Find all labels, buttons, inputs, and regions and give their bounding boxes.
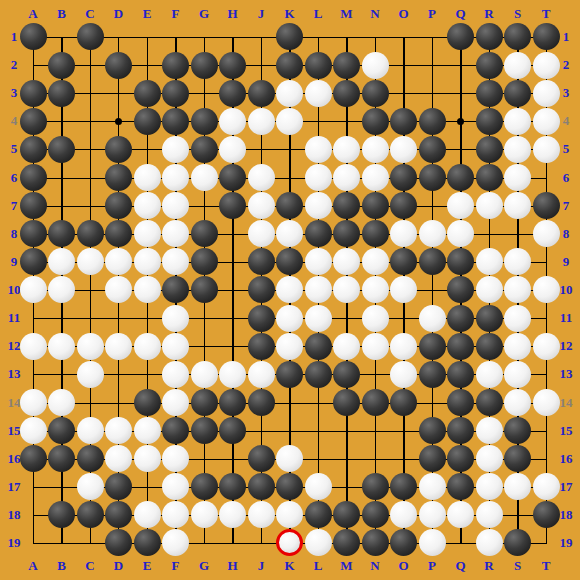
board-cell-N5[interactable]: [361, 135, 390, 163]
board-cell-C1[interactable]: [76, 23, 105, 51]
board-cell-N17[interactable]: [361, 473, 390, 501]
board-cell-B10[interactable]: [47, 276, 76, 304]
board-cell-N3[interactable]: [361, 79, 390, 107]
board-cell-R6[interactable]: [475, 163, 504, 191]
board-cell-L9[interactable]: [304, 248, 333, 276]
board-cell-N8[interactable]: [361, 220, 390, 248]
board-cell-J7[interactable]: [247, 192, 276, 220]
board-cell-O5[interactable]: [389, 135, 418, 163]
board-cell-N7[interactable]: [361, 192, 390, 220]
board-cell-A1[interactable]: [19, 23, 48, 51]
board-cell-D13[interactable]: [104, 360, 133, 388]
board-cell-O16[interactable]: [389, 445, 418, 473]
board-cell-M17[interactable]: [332, 473, 361, 501]
board-cell-O19[interactable]: [389, 529, 418, 557]
board-cell-T9[interactable]: [532, 248, 561, 276]
board-cell-L8[interactable]: [304, 220, 333, 248]
board-cell-A13[interactable]: [19, 360, 48, 388]
board-cell-M5[interactable]: [332, 135, 361, 163]
board-cell-H19[interactable]: [218, 529, 247, 557]
board-cell-G6[interactable]: [190, 163, 219, 191]
board-cell-B7[interactable]: [47, 192, 76, 220]
board-cell-C7[interactable]: [76, 192, 105, 220]
board-cell-N2[interactable]: [361, 51, 390, 79]
board-cell-T15[interactable]: [532, 416, 561, 444]
board-cell-G1[interactable]: [190, 23, 219, 51]
board-cell-T4[interactable]: [532, 107, 561, 135]
board-cell-E7[interactable]: [133, 192, 162, 220]
board-cell-T7[interactable]: [532, 192, 561, 220]
board-cell-T2[interactable]: [532, 51, 561, 79]
board-cell-B16[interactable]: [47, 445, 76, 473]
board-cell-E14[interactable]: [133, 388, 162, 416]
board-cell-F2[interactable]: [161, 51, 190, 79]
board-cell-R17[interactable]: [475, 473, 504, 501]
board-cell-G18[interactable]: [190, 501, 219, 529]
board-cell-D1[interactable]: [104, 23, 133, 51]
board-cell-S2[interactable]: [503, 51, 532, 79]
board-cell-H9[interactable]: [218, 248, 247, 276]
board-cell-S4[interactable]: [503, 107, 532, 135]
board-cell-D18[interactable]: [104, 501, 133, 529]
board-cell-M3[interactable]: [332, 79, 361, 107]
board-cell-T12[interactable]: [532, 332, 561, 360]
board-cell-Q15[interactable]: [446, 416, 475, 444]
board-cell-O11[interactable]: [389, 304, 418, 332]
board-cell-H13[interactable]: [218, 360, 247, 388]
board-cell-F4[interactable]: [161, 107, 190, 135]
board-cell-B1[interactable]: [47, 23, 76, 51]
board-cell-M10[interactable]: [332, 276, 361, 304]
board-cell-R1[interactable]: [475, 23, 504, 51]
board-cell-F18[interactable]: [161, 501, 190, 529]
board-cell-C3[interactable]: [76, 79, 105, 107]
board-cell-A2[interactable]: [19, 51, 48, 79]
board-cell-L4[interactable]: [304, 107, 333, 135]
board-cell-M6[interactable]: [332, 163, 361, 191]
board-cell-S15[interactable]: [503, 416, 532, 444]
board-cell-M18[interactable]: [332, 501, 361, 529]
board-cell-Q16[interactable]: [446, 445, 475, 473]
board-cell-B3[interactable]: [47, 79, 76, 107]
board-cell-K13[interactable]: [275, 360, 304, 388]
board-cell-G15[interactable]: [190, 416, 219, 444]
board-cell-J14[interactable]: [247, 388, 276, 416]
board-cell-P13[interactable]: [418, 360, 447, 388]
board-cell-Q9[interactable]: [446, 248, 475, 276]
board-cell-N9[interactable]: [361, 248, 390, 276]
board-cell-F15[interactable]: [161, 416, 190, 444]
board-cell-J17[interactable]: [247, 473, 276, 501]
board-cell-A16[interactable]: [19, 445, 48, 473]
board-cell-E9[interactable]: [133, 248, 162, 276]
board-cell-F19[interactable]: [161, 529, 190, 557]
board-cell-J3[interactable]: [247, 79, 276, 107]
board-cell-O10[interactable]: [389, 276, 418, 304]
board-cell-T19[interactable]: [532, 529, 561, 557]
board-cell-G12[interactable]: [190, 332, 219, 360]
board-cell-J13[interactable]: [247, 360, 276, 388]
board-cell-F17[interactable]: [161, 473, 190, 501]
board-cell-N14[interactable]: [361, 388, 390, 416]
board-cell-C18[interactable]: [76, 501, 105, 529]
board-cell-A12[interactable]: [19, 332, 48, 360]
board-cell-L11[interactable]: [304, 304, 333, 332]
board-cell-T3[interactable]: [532, 79, 561, 107]
board-cell-O18[interactable]: [389, 501, 418, 529]
board-cell-Q13[interactable]: [446, 360, 475, 388]
board-cell-P17[interactable]: [418, 473, 447, 501]
board-cell-J6[interactable]: [247, 163, 276, 191]
board-cell-N18[interactable]: [361, 501, 390, 529]
board-cell-E17[interactable]: [133, 473, 162, 501]
board-cell-S9[interactable]: [503, 248, 532, 276]
board-cell-M9[interactable]: [332, 248, 361, 276]
board-cell-P7[interactable]: [418, 192, 447, 220]
board-cell-R19[interactable]: [475, 529, 504, 557]
board-cell-G8[interactable]: [190, 220, 219, 248]
board-cell-F5[interactable]: [161, 135, 190, 163]
board-cell-T1[interactable]: [532, 23, 561, 51]
board-cell-D15[interactable]: [104, 416, 133, 444]
board-cell-H17[interactable]: [218, 473, 247, 501]
board-cell-R16[interactable]: [475, 445, 504, 473]
board-cell-T5[interactable]: [532, 135, 561, 163]
board-cell-Q2[interactable]: [446, 51, 475, 79]
board-cell-E16[interactable]: [133, 445, 162, 473]
board-cell-D11[interactable]: [104, 304, 133, 332]
board-cell-C10[interactable]: [76, 276, 105, 304]
board-cell-G4[interactable]: [190, 107, 219, 135]
board-cell-E12[interactable]: [133, 332, 162, 360]
board-cell-F1[interactable]: [161, 23, 190, 51]
board-cell-T10[interactable]: [532, 276, 561, 304]
board-cell-O3[interactable]: [389, 79, 418, 107]
board-cell-N10[interactable]: [361, 276, 390, 304]
board-cell-M15[interactable]: [332, 416, 361, 444]
board-cell-K12[interactable]: [275, 332, 304, 360]
board-cell-A6[interactable]: [19, 163, 48, 191]
board-cell-M13[interactable]: [332, 360, 361, 388]
board-cell-A17[interactable]: [19, 473, 48, 501]
board-cell-A5[interactable]: [19, 135, 48, 163]
board-cell-E6[interactable]: [133, 163, 162, 191]
board-cell-P4[interactable]: [418, 107, 447, 135]
board-cell-M4[interactable]: [332, 107, 361, 135]
board-cell-J9[interactable]: [247, 248, 276, 276]
board-cell-J5[interactable]: [247, 135, 276, 163]
board-cell-L13[interactable]: [304, 360, 333, 388]
board-cell-A8[interactable]: [19, 220, 48, 248]
board-cell-C2[interactable]: [76, 51, 105, 79]
board-cell-T18[interactable]: [532, 501, 561, 529]
board-cell-D3[interactable]: [104, 79, 133, 107]
board-cell-H3[interactable]: [218, 79, 247, 107]
board-cell-S7[interactable]: [503, 192, 532, 220]
board-cell-C14[interactable]: [76, 388, 105, 416]
board-cell-M11[interactable]: [332, 304, 361, 332]
board-cell-N13[interactable]: [361, 360, 390, 388]
board-cell-G10[interactable]: [190, 276, 219, 304]
board-cell-T16[interactable]: [532, 445, 561, 473]
board-cell-C4[interactable]: [76, 107, 105, 135]
board-cell-K6[interactable]: [275, 163, 304, 191]
board-cell-J19[interactable]: [247, 529, 276, 557]
board-cell-T14[interactable]: [532, 388, 561, 416]
board-cell-P3[interactable]: [418, 79, 447, 107]
board-cell-Q5[interactable]: [446, 135, 475, 163]
board-cell-R11[interactable]: [475, 304, 504, 332]
board-cell-H11[interactable]: [218, 304, 247, 332]
board-cell-T6[interactable]: [532, 163, 561, 191]
board-cell-M2[interactable]: [332, 51, 361, 79]
board-cell-L2[interactable]: [304, 51, 333, 79]
board-cell-C5[interactable]: [76, 135, 105, 163]
board-cell-B14[interactable]: [47, 388, 76, 416]
board-cell-R3[interactable]: [475, 79, 504, 107]
board-cell-D6[interactable]: [104, 163, 133, 191]
board-cell-M7[interactable]: [332, 192, 361, 220]
board-cell-J15[interactable]: [247, 416, 276, 444]
board-cell-B5[interactable]: [47, 135, 76, 163]
board-cell-S8[interactable]: [503, 220, 532, 248]
board-cell-N16[interactable]: [361, 445, 390, 473]
board-cell-J18[interactable]: [247, 501, 276, 529]
board-cell-O6[interactable]: [389, 163, 418, 191]
board-cell-P6[interactable]: [418, 163, 447, 191]
board-cell-B2[interactable]: [47, 51, 76, 79]
board-cell-L7[interactable]: [304, 192, 333, 220]
board-cell-T17[interactable]: [532, 473, 561, 501]
board-cell-P9[interactable]: [418, 248, 447, 276]
board-cell-P18[interactable]: [418, 501, 447, 529]
board-cell-K10[interactable]: [275, 276, 304, 304]
board-cell-F7[interactable]: [161, 192, 190, 220]
board-cell-N6[interactable]: [361, 163, 390, 191]
board-cell-K17[interactable]: [275, 473, 304, 501]
board-cell-A11[interactable]: [19, 304, 48, 332]
board-cell-R5[interactable]: [475, 135, 504, 163]
board-cell-G5[interactable]: [190, 135, 219, 163]
board-cell-J12[interactable]: [247, 332, 276, 360]
board-cell-O13[interactable]: [389, 360, 418, 388]
board-cell-P2[interactable]: [418, 51, 447, 79]
board-cell-D12[interactable]: [104, 332, 133, 360]
board-cell-G7[interactable]: [190, 192, 219, 220]
board-cell-P12[interactable]: [418, 332, 447, 360]
board-cell-G17[interactable]: [190, 473, 219, 501]
board-cell-D9[interactable]: [104, 248, 133, 276]
board-cell-E18[interactable]: [133, 501, 162, 529]
board-cell-L17[interactable]: [304, 473, 333, 501]
board-cell-A15[interactable]: [19, 416, 48, 444]
board-cell-P10[interactable]: [418, 276, 447, 304]
board-cell-O2[interactable]: [389, 51, 418, 79]
board-cell-N19[interactable]: [361, 529, 390, 557]
board-cell-F10[interactable]: [161, 276, 190, 304]
board-cell-N11[interactable]: [361, 304, 390, 332]
board-cell-A4[interactable]: [19, 107, 48, 135]
board-cell-D19[interactable]: [104, 529, 133, 557]
board-cell-L16[interactable]: [304, 445, 333, 473]
board-cell-D5[interactable]: [104, 135, 133, 163]
board-cell-A10[interactable]: [19, 276, 48, 304]
board-cell-C19[interactable]: [76, 529, 105, 557]
board-cell-S10[interactable]: [503, 276, 532, 304]
board-cell-S16[interactable]: [503, 445, 532, 473]
board-cell-O7[interactable]: [389, 192, 418, 220]
board-cell-H2[interactable]: [218, 51, 247, 79]
board-cell-K11[interactable]: [275, 304, 304, 332]
board-cell-H16[interactable]: [218, 445, 247, 473]
board-cell-H6[interactable]: [218, 163, 247, 191]
board-cell-F14[interactable]: [161, 388, 190, 416]
board-cell-D7[interactable]: [104, 192, 133, 220]
board-cell-S17[interactable]: [503, 473, 532, 501]
board-cell-O9[interactable]: [389, 248, 418, 276]
board-cell-B9[interactable]: [47, 248, 76, 276]
board-cell-Q1[interactable]: [446, 23, 475, 51]
board-cell-B19[interactable]: [47, 529, 76, 557]
board-cell-A3[interactable]: [19, 79, 48, 107]
board-cell-L3[interactable]: [304, 79, 333, 107]
board-cell-A18[interactable]: [19, 501, 48, 529]
board-cell-Q3[interactable]: [446, 79, 475, 107]
board-cell-F11[interactable]: [161, 304, 190, 332]
board-cell-B11[interactable]: [47, 304, 76, 332]
board-cell-R9[interactable]: [475, 248, 504, 276]
board-cell-M14[interactable]: [332, 388, 361, 416]
board-cell-K4[interactable]: [275, 107, 304, 135]
board-cell-H7[interactable]: [218, 192, 247, 220]
board-cell-E2[interactable]: [133, 51, 162, 79]
board-cell-J10[interactable]: [247, 276, 276, 304]
board-cell-S13[interactable]: [503, 360, 532, 388]
board-cell-D8[interactable]: [104, 220, 133, 248]
board-cell-L15[interactable]: [304, 416, 333, 444]
board-cell-O14[interactable]: [389, 388, 418, 416]
board-cell-C11[interactable]: [76, 304, 105, 332]
board-cell-P5[interactable]: [418, 135, 447, 163]
board-cell-K3[interactable]: [275, 79, 304, 107]
board-cell-G13[interactable]: [190, 360, 219, 388]
board-cell-L10[interactable]: [304, 276, 333, 304]
board-cell-R13[interactable]: [475, 360, 504, 388]
board-cell-S11[interactable]: [503, 304, 532, 332]
board-cell-F3[interactable]: [161, 79, 190, 107]
board-cell-K19[interactable]: [275, 529, 304, 557]
board-cell-E8[interactable]: [133, 220, 162, 248]
board-cell-A7[interactable]: [19, 192, 48, 220]
board-cell-B8[interactable]: [47, 220, 76, 248]
board-cell-C15[interactable]: [76, 416, 105, 444]
board-cell-A14[interactable]: [19, 388, 48, 416]
board-cell-P8[interactable]: [418, 220, 447, 248]
board-cell-B4[interactable]: [47, 107, 76, 135]
board-cell-M1[interactable]: [332, 23, 361, 51]
board-cell-R10[interactable]: [475, 276, 504, 304]
board-cell-R15[interactable]: [475, 416, 504, 444]
board-cell-K5[interactable]: [275, 135, 304, 163]
board-cell-O4[interactable]: [389, 107, 418, 135]
board-cell-L6[interactable]: [304, 163, 333, 191]
board-cell-H15[interactable]: [218, 416, 247, 444]
board-cell-B6[interactable]: [47, 163, 76, 191]
board-cell-E3[interactable]: [133, 79, 162, 107]
board-cell-K9[interactable]: [275, 248, 304, 276]
board-cell-M12[interactable]: [332, 332, 361, 360]
board-cell-E15[interactable]: [133, 416, 162, 444]
board-cell-G3[interactable]: [190, 79, 219, 107]
board-cell-D2[interactable]: [104, 51, 133, 79]
board-cell-E4[interactable]: [133, 107, 162, 135]
board-cell-M16[interactable]: [332, 445, 361, 473]
board-cell-N15[interactable]: [361, 416, 390, 444]
board-cell-K1[interactable]: [275, 23, 304, 51]
board-cell-N12[interactable]: [361, 332, 390, 360]
board-cell-J2[interactable]: [247, 51, 276, 79]
board-cell-N1[interactable]: [361, 23, 390, 51]
board-cell-J1[interactable]: [247, 23, 276, 51]
board-cell-G9[interactable]: [190, 248, 219, 276]
board-cell-K7[interactable]: [275, 192, 304, 220]
board-cell-O12[interactable]: [389, 332, 418, 360]
board-cell-P15[interactable]: [418, 416, 447, 444]
board-cell-D4[interactable]: [104, 107, 133, 135]
board-cell-L12[interactable]: [304, 332, 333, 360]
board-cell-H18[interactable]: [218, 501, 247, 529]
board-cell-F9[interactable]: [161, 248, 190, 276]
board-cell-K14[interactable]: [275, 388, 304, 416]
board-cell-G11[interactable]: [190, 304, 219, 332]
board-cell-M8[interactable]: [332, 220, 361, 248]
board-cell-A9[interactable]: [19, 248, 48, 276]
board-cell-F6[interactable]: [161, 163, 190, 191]
board-cell-Q12[interactable]: [446, 332, 475, 360]
board-cell-T8[interactable]: [532, 220, 561, 248]
board-cell-E11[interactable]: [133, 304, 162, 332]
board-cell-H1[interactable]: [218, 23, 247, 51]
board-cell-R4[interactable]: [475, 107, 504, 135]
board-cell-Q17[interactable]: [446, 473, 475, 501]
board-cell-J16[interactable]: [247, 445, 276, 473]
board-cell-B12[interactable]: [47, 332, 76, 360]
board-cell-Q6[interactable]: [446, 163, 475, 191]
board-cell-O8[interactable]: [389, 220, 418, 248]
board-cell-Q4[interactable]: [446, 107, 475, 135]
board-cell-F12[interactable]: [161, 332, 190, 360]
board-cell-S3[interactable]: [503, 79, 532, 107]
board-cell-P1[interactable]: [418, 23, 447, 51]
board-cell-H12[interactable]: [218, 332, 247, 360]
board-cell-M19[interactable]: [332, 529, 361, 557]
board-cell-K16[interactable]: [275, 445, 304, 473]
board-cell-H4[interactable]: [218, 107, 247, 135]
board-cell-K8[interactable]: [275, 220, 304, 248]
board-cell-S12[interactable]: [503, 332, 532, 360]
board-cell-G19[interactable]: [190, 529, 219, 557]
board-cell-B15[interactable]: [47, 416, 76, 444]
board-cell-O15[interactable]: [389, 416, 418, 444]
board-cell-S14[interactable]: [503, 388, 532, 416]
board-cell-R18[interactable]: [475, 501, 504, 529]
board-cell-D10[interactable]: [104, 276, 133, 304]
board-cell-C16[interactable]: [76, 445, 105, 473]
board-cell-L14[interactable]: [304, 388, 333, 416]
board-cell-E13[interactable]: [133, 360, 162, 388]
board-cell-R2[interactable]: [475, 51, 504, 79]
board-cell-L5[interactable]: [304, 135, 333, 163]
